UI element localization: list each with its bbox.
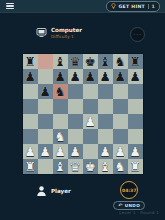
white-pawn: ♟ [83, 114, 98, 129]
square-b1[interactable] [38, 159, 53, 174]
black-rook: ♜ [23, 54, 38, 69]
square-a3[interactable] [23, 129, 38, 144]
square-b4[interactable] [38, 114, 53, 129]
white-pawn: ♟ [38, 144, 53, 159]
computer-identity: Computer Difficulty 1 [36, 27, 82, 39]
square-a1[interactable]: ♜ [23, 159, 38, 174]
square-d6[interactable] [68, 84, 83, 99]
hint-count: 1 [148, 4, 156, 9]
top-bar: GET HINT 1 [0, 0, 165, 13]
black-knight: ♞ [113, 54, 128, 69]
black-pawn: ♟ [23, 69, 38, 84]
undo-arrow-icon: ↶ [118, 203, 123, 208]
black-rook: ♜ [128, 54, 143, 69]
white-pawn: ♟ [68, 144, 83, 159]
hamburger-menu-icon[interactable] [5, 2, 15, 11]
square-h6[interactable] [128, 84, 143, 99]
square-d1[interactable]: ♛ [68, 159, 83, 174]
square-g2[interactable]: ♟ [113, 144, 128, 159]
black-pawn: ♟ [38, 84, 53, 99]
square-e6[interactable] [83, 84, 98, 99]
square-g5[interactable] [113, 99, 128, 114]
square-h8[interactable]: ♜ [128, 54, 143, 69]
square-e2[interactable] [83, 144, 98, 159]
get-hint-button[interactable]: GET HINT 1 [106, 1, 160, 12]
white-pawn: ♟ [113, 144, 128, 159]
square-g8[interactable]: ♞ [113, 54, 128, 69]
black-queen: ♛ [68, 54, 83, 69]
black-bishop: ♝ [53, 54, 68, 69]
square-f6[interactable] [98, 84, 113, 99]
white-knight: ♞ [113, 159, 128, 174]
square-g7[interactable]: ♟ [113, 69, 128, 84]
square-d2[interactable]: ♟ [68, 144, 83, 159]
square-e1[interactable]: ♚ [83, 159, 98, 174]
corner-caption: Level 1 · Round 1 [119, 210, 159, 215]
square-g4[interactable] [113, 114, 128, 129]
square-b8[interactable] [38, 54, 53, 69]
player-row: Player 04:37 ↶ UNDO [0, 181, 165, 211]
white-pawn: ♟ [53, 144, 68, 159]
square-e5[interactable] [83, 99, 98, 114]
square-f3[interactable] [98, 129, 113, 144]
square-h3[interactable] [128, 129, 143, 144]
square-f5[interactable] [98, 99, 113, 114]
square-b6[interactable]: ♟ [38, 84, 53, 99]
computer-clock: ••• [130, 27, 145, 42]
square-g3[interactable] [113, 129, 128, 144]
white-queen: ♛ [68, 159, 83, 174]
square-c5[interactable] [53, 99, 68, 114]
lightbulb-icon [111, 3, 116, 9]
square-a6[interactable] [23, 84, 38, 99]
white-knight: ♞ [53, 129, 68, 144]
square-a2[interactable]: ♟ [23, 144, 38, 159]
square-f1[interactable]: ♝ [98, 159, 113, 174]
square-d7[interactable]: ♟ [68, 69, 83, 84]
square-a5[interactable] [23, 99, 38, 114]
white-rook: ♜ [23, 159, 38, 174]
square-b2[interactable]: ♟ [38, 144, 53, 159]
square-d3[interactable] [68, 129, 83, 144]
undo-button[interactable]: ↶ UNDO [113, 201, 145, 210]
square-h2[interactable]: ♟ [128, 144, 143, 159]
square-d5[interactable] [68, 99, 83, 114]
square-c4[interactable] [53, 114, 68, 129]
square-a7[interactable]: ♟ [23, 69, 38, 84]
square-e4[interactable]: ♟ [83, 114, 98, 129]
square-h4[interactable] [128, 114, 143, 129]
square-c6[interactable]: ♞ [53, 84, 68, 99]
square-f8[interactable]: ♝ [98, 54, 113, 69]
black-knight: ♞ [53, 84, 68, 99]
square-b5[interactable] [38, 99, 53, 114]
square-e8[interactable]: ♚ [83, 54, 98, 69]
black-pawn: ♟ [68, 69, 83, 84]
person-icon [36, 185, 47, 197]
square-c3[interactable]: ♞ [53, 129, 68, 144]
black-bishop: ♝ [98, 54, 113, 69]
black-pawn: ♟ [53, 69, 68, 84]
chess-board[interactable]: ♜♝♛♚♝♞♜♟♟♟♟♟♟♟♟♞♟♞♟♟♟♟♟♟♟♜♝♛♚♝♞♜ [23, 54, 143, 174]
get-hint-label: GET HINT [118, 4, 145, 9]
square-h7[interactable]: ♟ [128, 69, 143, 84]
square-f2[interactable]: ♟ [98, 144, 113, 159]
square-h5[interactable] [128, 99, 143, 114]
square-c2[interactable]: ♟ [53, 144, 68, 159]
player-clock: 04:37 [120, 181, 138, 199]
square-e7[interactable]: ♟ [83, 69, 98, 84]
white-pawn: ♟ [98, 144, 113, 159]
computer-difficulty: Difficulty 1 [51, 34, 82, 39]
square-f7[interactable]: ♟ [98, 69, 113, 84]
square-b3[interactable] [38, 129, 53, 144]
square-a4[interactable] [23, 114, 38, 129]
square-c8[interactable]: ♝ [53, 54, 68, 69]
square-g6[interactable] [113, 84, 128, 99]
white-king: ♚ [83, 159, 98, 174]
undo-label: UNDO [125, 203, 140, 208]
white-pawn: ♟ [128, 144, 143, 159]
black-pawn: ♟ [83, 69, 98, 84]
computer-row: Computer Difficulty 1 ••• [0, 27, 165, 46]
square-e3[interactable] [83, 129, 98, 144]
square-c7[interactable]: ♟ [53, 69, 68, 84]
white-bishop: ♝ [53, 159, 68, 174]
square-c1[interactable]: ♝ [53, 159, 68, 174]
player-clock-stack: 04:37 ↶ UNDO [113, 181, 145, 210]
app-screen: GET HINT 1 Computer Difficulty 1 ••• ♜♝♛… [0, 0, 165, 220]
computer-monitor-icon [36, 27, 47, 38]
black-king: ♚ [83, 54, 98, 69]
black-pawn: ♟ [113, 69, 128, 84]
square-b7[interactable] [38, 69, 53, 84]
square-f4[interactable] [98, 114, 113, 129]
square-d4[interactable] [68, 114, 83, 129]
square-h1[interactable]: ♜ [128, 159, 143, 174]
square-g1[interactable]: ♞ [113, 159, 128, 174]
white-rook: ♜ [128, 159, 143, 174]
white-bishop: ♝ [98, 159, 113, 174]
square-d8[interactable]: ♛ [68, 54, 83, 69]
black-pawn: ♟ [98, 69, 113, 84]
player-name: Player [51, 188, 71, 195]
square-a8[interactable]: ♜ [23, 54, 38, 69]
white-pawn: ♟ [23, 144, 38, 159]
player-identity: Player [36, 185, 71, 197]
black-pawn: ♟ [128, 69, 143, 84]
